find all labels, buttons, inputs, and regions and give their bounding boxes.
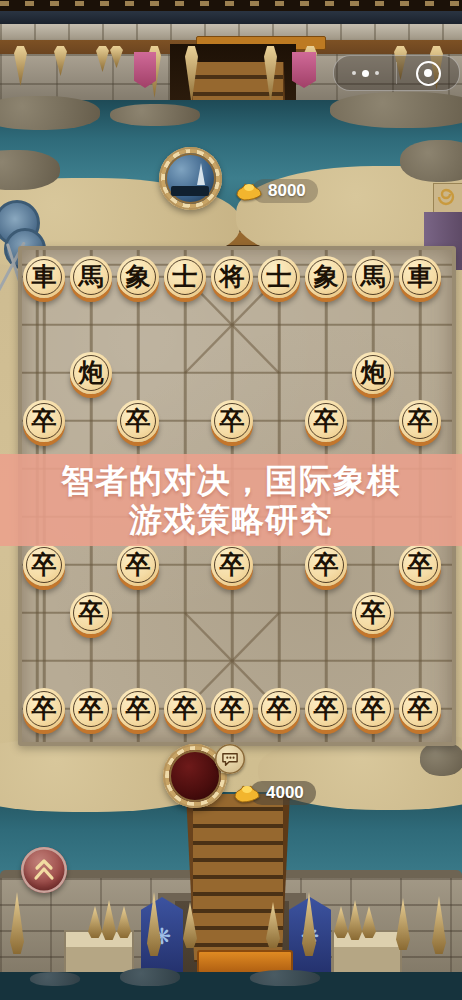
xiangqi-piece-炮[interactable]: 炮: [352, 352, 394, 394]
piece-glyph: 卒: [79, 600, 104, 625]
xiangqi-piece-士[interactable]: 士: [164, 256, 206, 298]
opponent-coins-badge: 8000: [234, 179, 318, 203]
city-skyline-art: [171, 186, 209, 196]
xiangqi-piece-卒[interactable]: 卒: [23, 688, 65, 730]
rock: [120, 968, 180, 986]
raise-button[interactable]: [21, 847, 67, 893]
city-spire-art: [197, 163, 205, 185]
xiangqi-piece-卒[interactable]: 卒: [305, 544, 347, 586]
gold-ingot-icon: [232, 782, 262, 804]
opponent-avatar[interactable]: [159, 147, 222, 210]
piece-glyph: 卒: [32, 552, 57, 577]
rock: [330, 92, 462, 128]
piece-glyph: 卒: [314, 552, 339, 577]
xiangqi-piece-卒[interactable]: 卒: [305, 400, 347, 442]
piece-glyph: 車: [408, 264, 433, 289]
banner-line-1: 智者的对决，国际象棋: [61, 462, 401, 500]
exit-button[interactable]: [397, 56, 459, 90]
piece-glyph: 卒: [79, 696, 104, 721]
piece-glyph: 象: [126, 264, 151, 289]
xiangqi-piece-卒[interactable]: 卒: [399, 400, 441, 442]
xiangqi-piece-卒[interactable]: 卒: [352, 592, 394, 634]
piece-glyph: 卒: [220, 552, 245, 577]
xiangqi-piece-象[interactable]: 象: [117, 256, 159, 298]
more-dots-icon: [375, 71, 379, 75]
piece-glyph: 卒: [314, 408, 339, 433]
more-dots-icon: [362, 70, 369, 77]
piece-glyph: 士: [267, 264, 292, 289]
xiangqi-piece-馬[interactable]: 馬: [352, 256, 394, 298]
piece-glyph: 卒: [173, 696, 198, 721]
piece-glyph: 卒: [408, 408, 433, 433]
piece-glyph: 卒: [314, 696, 339, 721]
piece-glyph: 炮: [79, 360, 104, 385]
xiangqi-piece-卒[interactable]: 卒: [117, 544, 159, 586]
xiangqi-piece-卒[interactable]: 卒: [23, 400, 65, 442]
xiangqi-piece-卒[interactable]: 卒: [211, 400, 253, 442]
piece-glyph: 卒: [408, 696, 433, 721]
pink-flag: [134, 52, 156, 88]
xiangqi-piece-卒[interactable]: 卒: [70, 592, 112, 634]
rock: [400, 140, 462, 182]
rock: [420, 742, 462, 776]
piece-glyph: 卒: [220, 696, 245, 721]
xiangqi-piece-卒[interactable]: 卒: [23, 544, 65, 586]
piece-glyph: 士: [173, 264, 198, 289]
piece-glyph: 卒: [126, 408, 151, 433]
xiangqi-piece-卒[interactable]: 卒: [211, 688, 253, 730]
xiangqi-piece-将[interactable]: 将: [211, 256, 253, 298]
xiangqi-piece-炮[interactable]: 炮: [70, 352, 112, 394]
gate-eave: [0, 11, 462, 24]
player-avatar-image: [169, 750, 221, 802]
xiangqi-piece-卒[interactable]: 卒: [117, 400, 159, 442]
xiangqi-piece-卒[interactable]: 卒: [70, 688, 112, 730]
title-banner: 智者的对决，国际象棋 游戏策略研究: [0, 454, 462, 546]
opponent-avatar-image: [165, 153, 216, 204]
pink-flag: [292, 52, 316, 88]
chat-bubble-icon: [221, 751, 239, 767]
piece-glyph: 炮: [361, 360, 386, 385]
xiangqi-piece-卒[interactable]: 卒: [399, 688, 441, 730]
piece-glyph: 馬: [79, 264, 104, 289]
piece-glyph: 車: [32, 264, 57, 289]
piece-glyph: 卒: [32, 696, 57, 721]
rock: [250, 970, 320, 986]
more-dots-icon: [352, 71, 356, 75]
piece-glyph: 卒: [126, 552, 151, 577]
xiangqi-piece-士[interactable]: 士: [258, 256, 300, 298]
piece-glyph: 卒: [267, 696, 292, 721]
xiangqi-piece-卒[interactable]: 卒: [352, 688, 394, 730]
rock: [0, 96, 100, 130]
gold-ingot-icon: [234, 180, 264, 202]
more-button[interactable]: [334, 56, 396, 90]
exit-target-icon: [416, 61, 441, 86]
blue-rune-banner: ❋: [141, 897, 183, 977]
piece-glyph: 卒: [126, 696, 151, 721]
piece-glyph: 卒: [361, 696, 386, 721]
player-coins-badge: 4000: [232, 781, 316, 805]
game-screen: 車馬象士将士象馬車炮炮卒卒卒卒卒卒卒卒卒卒卒卒卒卒卒卒卒卒卒卒卒 智者的对决，国…: [0, 0, 462, 1000]
xiangqi-piece-卒[interactable]: 卒: [258, 688, 300, 730]
xiangqi-piece-卒[interactable]: 卒: [164, 688, 206, 730]
xiangqi-piece-車[interactable]: 車: [23, 256, 65, 298]
xiangqi-piece-卒[interactable]: 卒: [211, 544, 253, 586]
piece-glyph: 卒: [220, 408, 245, 433]
chat-button[interactable]: [215, 744, 245, 774]
banner-line-2: 游戏策略研究: [129, 501, 333, 539]
piece-glyph: 卒: [408, 552, 433, 577]
xiangqi-piece-車[interactable]: 車: [399, 256, 441, 298]
piece-glyph: 馬: [361, 264, 386, 289]
piece-glyph: 将: [220, 264, 245, 289]
xiangqi-piece-卒[interactable]: 卒: [117, 688, 159, 730]
rock: [110, 104, 200, 126]
piece-glyph: 卒: [361, 600, 386, 625]
miniapp-capsule: [333, 55, 460, 91]
xiangqi-piece-卒[interactable]: 卒: [305, 688, 347, 730]
gold-swirl-icon: [434, 184, 461, 213]
xiangqi-piece-卒[interactable]: 卒: [399, 544, 441, 586]
xiangqi-piece-馬[interactable]: 馬: [70, 256, 112, 298]
xiangqi-piece-象[interactable]: 象: [305, 256, 347, 298]
double-chevron-up-icon: [30, 857, 58, 883]
piece-glyph: 象: [314, 264, 339, 289]
rock: [30, 972, 80, 986]
piece-glyph: 卒: [32, 408, 57, 433]
